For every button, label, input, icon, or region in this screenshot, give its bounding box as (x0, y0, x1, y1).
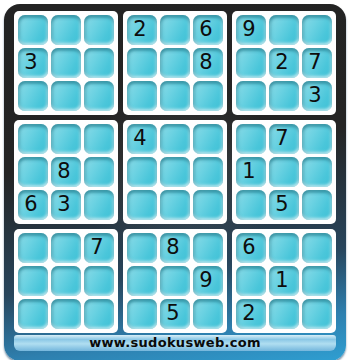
given-digit: 2 (133, 17, 146, 41)
cell-r8c7[interactable] (236, 266, 266, 296)
cell-r3c5[interactable] (160, 81, 190, 111)
given-digit: 8 (57, 159, 70, 183)
cell-r1c6[interactable]: 6 (193, 15, 223, 45)
cell-r9c9[interactable] (302, 299, 332, 329)
cell-r7c6[interactable] (193, 233, 223, 263)
cell-r5c3[interactable] (84, 157, 114, 187)
given-digit: 5 (166, 301, 179, 325)
cell-r8c9[interactable] (302, 266, 332, 296)
cell-r6c9[interactable] (302, 190, 332, 220)
box-3-2: 895 (123, 229, 227, 333)
cell-r7c9[interactable] (302, 233, 332, 263)
cell-r5c4[interactable] (127, 157, 157, 187)
given-digit: 6 (24, 192, 37, 216)
cell-r6c6[interactable] (193, 190, 223, 220)
cell-r1c8[interactable] (269, 15, 299, 45)
cell-r3c8[interactable] (269, 81, 299, 111)
cell-r6c1[interactable]: 6 (18, 190, 48, 220)
cell-r8c1[interactable] (18, 266, 48, 296)
given-digit: 1 (242, 159, 255, 183)
cell-r2c3[interactable] (84, 48, 114, 78)
cell-r1c5[interactable] (160, 15, 190, 45)
given-digit: 8 (166, 235, 179, 259)
cell-r9c4[interactable] (127, 299, 157, 329)
given-digit: 7 (90, 235, 103, 259)
box-2-3: 715 (232, 120, 336, 224)
cell-r1c7[interactable]: 9 (236, 15, 266, 45)
cell-r5c7[interactable]: 1 (236, 157, 266, 187)
cell-r3c1[interactable] (18, 81, 48, 111)
cell-r7c1[interactable] (18, 233, 48, 263)
cell-r6c8[interactable]: 5 (269, 190, 299, 220)
box-1-2: 268 (123, 11, 227, 115)
given-digit: 3 (24, 50, 37, 74)
cell-r2c9[interactable]: 7 (302, 48, 332, 78)
footer-bar: www.sudokusweb.com (14, 335, 336, 351)
cell-r5c9[interactable] (302, 157, 332, 187)
cell-r2c2[interactable] (51, 48, 81, 78)
cell-r1c2[interactable] (51, 15, 81, 45)
sudoku-board: 3268927386347157895612 (14, 11, 336, 333)
cell-r3c6[interactable] (193, 81, 223, 111)
cell-r8c3[interactable] (84, 266, 114, 296)
cell-r2c4[interactable] (127, 48, 157, 78)
given-digit: 9 (242, 17, 255, 41)
cell-r2c6[interactable]: 8 (193, 48, 223, 78)
cell-r8c4[interactable] (127, 266, 157, 296)
cell-r5c8[interactable] (269, 157, 299, 187)
cell-r7c2[interactable] (51, 233, 81, 263)
cell-r6c3[interactable] (84, 190, 114, 220)
cell-r8c2[interactable] (51, 266, 81, 296)
cell-r8c8[interactable]: 1 (269, 266, 299, 296)
cell-r3c3[interactable] (84, 81, 114, 111)
cell-r6c4[interactable] (127, 190, 157, 220)
cell-r4c5[interactable] (160, 124, 190, 154)
given-digit: 9 (199, 268, 212, 292)
cell-r4c2[interactable] (51, 124, 81, 154)
given-digit: 6 (199, 17, 212, 41)
cell-r9c1[interactable] (18, 299, 48, 329)
cell-r9c3[interactable] (84, 299, 114, 329)
cell-r6c7[interactable] (236, 190, 266, 220)
cell-r3c4[interactable] (127, 81, 157, 111)
sudoku-widget: 3268927386347157895612 www.sudokusweb.co… (0, 0, 350, 360)
cell-r4c6[interactable] (193, 124, 223, 154)
given-digit: 2 (275, 50, 288, 74)
cell-r4c1[interactable] (18, 124, 48, 154)
cell-r5c6[interactable] (193, 157, 223, 187)
cell-r7c4[interactable] (127, 233, 157, 263)
given-digit: 8 (199, 50, 212, 74)
cell-r7c8[interactable] (269, 233, 299, 263)
cell-r2c5[interactable] (160, 48, 190, 78)
cell-r4c7[interactable] (236, 124, 266, 154)
box-3-3: 612 (232, 229, 336, 333)
cell-r1c4[interactable]: 2 (127, 15, 157, 45)
box-1-1: 3 (14, 11, 118, 115)
cell-r4c8[interactable]: 7 (269, 124, 299, 154)
board-frame: 3268927386347157895612 www.sudokusweb.co… (4, 4, 346, 360)
cell-r3c9[interactable]: 3 (302, 81, 332, 111)
cell-r9c6[interactable] (193, 299, 223, 329)
cell-r2c8[interactable]: 2 (269, 48, 299, 78)
given-digit: 7 (275, 126, 288, 150)
cell-r5c2[interactable]: 8 (51, 157, 81, 187)
cell-r7c3[interactable]: 7 (84, 233, 114, 263)
site-url[interactable]: www.sudokusweb.com (89, 335, 261, 351)
cell-r2c1[interactable]: 3 (18, 48, 48, 78)
cell-r9c8[interactable] (269, 299, 299, 329)
box-2-2: 4 (123, 120, 227, 224)
cell-r1c3[interactable] (84, 15, 114, 45)
cell-r3c7[interactable] (236, 81, 266, 111)
cell-r4c4[interactable]: 4 (127, 124, 157, 154)
cell-r5c1[interactable] (18, 157, 48, 187)
box-3-1: 7 (14, 229, 118, 333)
cell-r8c5[interactable] (160, 266, 190, 296)
cell-r6c2[interactable]: 3 (51, 190, 81, 220)
given-digit: 7 (308, 50, 321, 74)
cell-r9c2[interactable] (51, 299, 81, 329)
cell-r4c3[interactable] (84, 124, 114, 154)
given-digit: 3 (308, 83, 321, 107)
given-digit: 4 (133, 126, 146, 150)
cell-r4c9[interactable] (302, 124, 332, 154)
box-1-3: 9273 (232, 11, 336, 115)
given-digit: 3 (57, 192, 70, 216)
given-digit: 5 (275, 192, 288, 216)
cell-r1c9[interactable] (302, 15, 332, 45)
given-digit: 1 (275, 268, 288, 292)
given-digit: 2 (242, 301, 255, 325)
cell-r7c5[interactable]: 8 (160, 233, 190, 263)
cell-r8c6[interactable]: 9 (193, 266, 223, 296)
cell-r9c5[interactable]: 5 (160, 299, 190, 329)
cell-r9c7[interactable]: 2 (236, 299, 266, 329)
cell-r7c7[interactable]: 6 (236, 233, 266, 263)
given-digit: 6 (242, 235, 255, 259)
box-2-1: 863 (14, 120, 118, 224)
cell-r3c2[interactable] (51, 81, 81, 111)
cell-r2c7[interactable] (236, 48, 266, 78)
cell-r6c5[interactable] (160, 190, 190, 220)
cell-r1c1[interactable] (18, 15, 48, 45)
cell-r5c5[interactable] (160, 157, 190, 187)
